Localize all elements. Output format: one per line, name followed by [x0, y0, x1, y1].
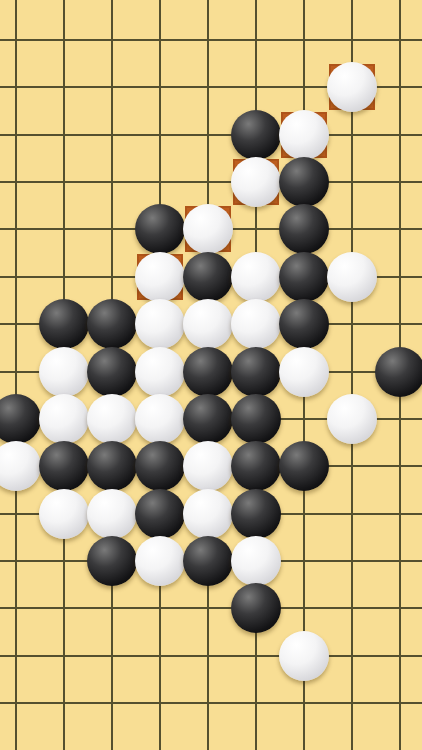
black-stone — [87, 536, 137, 586]
app-screen — [0, 0, 422, 750]
black-stone — [231, 441, 281, 491]
white-stone — [327, 394, 377, 444]
black-stone — [87, 299, 137, 349]
white-stone — [279, 110, 329, 160]
black-stone — [231, 583, 281, 633]
black-stone — [231, 347, 281, 397]
black-stone — [279, 299, 329, 349]
black-stone — [279, 157, 329, 207]
black-stone — [0, 394, 41, 444]
white-stone — [183, 441, 233, 491]
black-stone — [279, 441, 329, 491]
black-stone — [87, 441, 137, 491]
grid-line-horizontal — [0, 134, 422, 136]
white-stone — [327, 62, 377, 112]
white-stone — [135, 252, 185, 302]
black-stone — [135, 441, 185, 491]
black-stone — [183, 536, 233, 586]
white-stone — [327, 252, 377, 302]
white-stone — [231, 299, 281, 349]
white-stone — [135, 536, 185, 586]
black-stone — [135, 204, 185, 254]
white-stone — [0, 441, 41, 491]
grid-line-horizontal — [0, 655, 422, 657]
black-stone — [231, 110, 281, 160]
grid-line-horizontal — [0, 607, 422, 609]
white-stone — [183, 204, 233, 254]
white-stone — [183, 299, 233, 349]
grid-line-vertical — [15, 0, 17, 750]
black-stone — [375, 347, 422, 397]
white-stone — [231, 252, 281, 302]
white-stone — [39, 489, 89, 539]
black-stone — [279, 252, 329, 302]
white-stone — [135, 347, 185, 397]
black-stone — [231, 394, 281, 444]
grid-line-horizontal — [0, 702, 422, 704]
white-stone — [135, 299, 185, 349]
white-stone — [87, 394, 137, 444]
black-stone — [39, 441, 89, 491]
black-stone — [183, 252, 233, 302]
white-stone — [39, 347, 89, 397]
black-stone — [183, 394, 233, 444]
grid-line-horizontal — [0, 181, 422, 183]
white-stone — [183, 489, 233, 539]
white-stone — [231, 536, 281, 586]
black-stone — [87, 347, 137, 397]
gomoku-board[interactable] — [0, 0, 422, 750]
white-stone — [39, 394, 89, 444]
black-stone — [39, 299, 89, 349]
grid-line-vertical — [351, 0, 353, 750]
black-stone — [231, 489, 281, 539]
black-stone — [183, 347, 233, 397]
white-stone — [231, 157, 281, 207]
white-stone — [279, 347, 329, 397]
white-stone — [87, 489, 137, 539]
white-stone — [135, 394, 185, 444]
white-stone — [279, 631, 329, 681]
black-stone — [135, 489, 185, 539]
black-stone — [279, 204, 329, 254]
grid-line-horizontal — [0, 39, 422, 41]
